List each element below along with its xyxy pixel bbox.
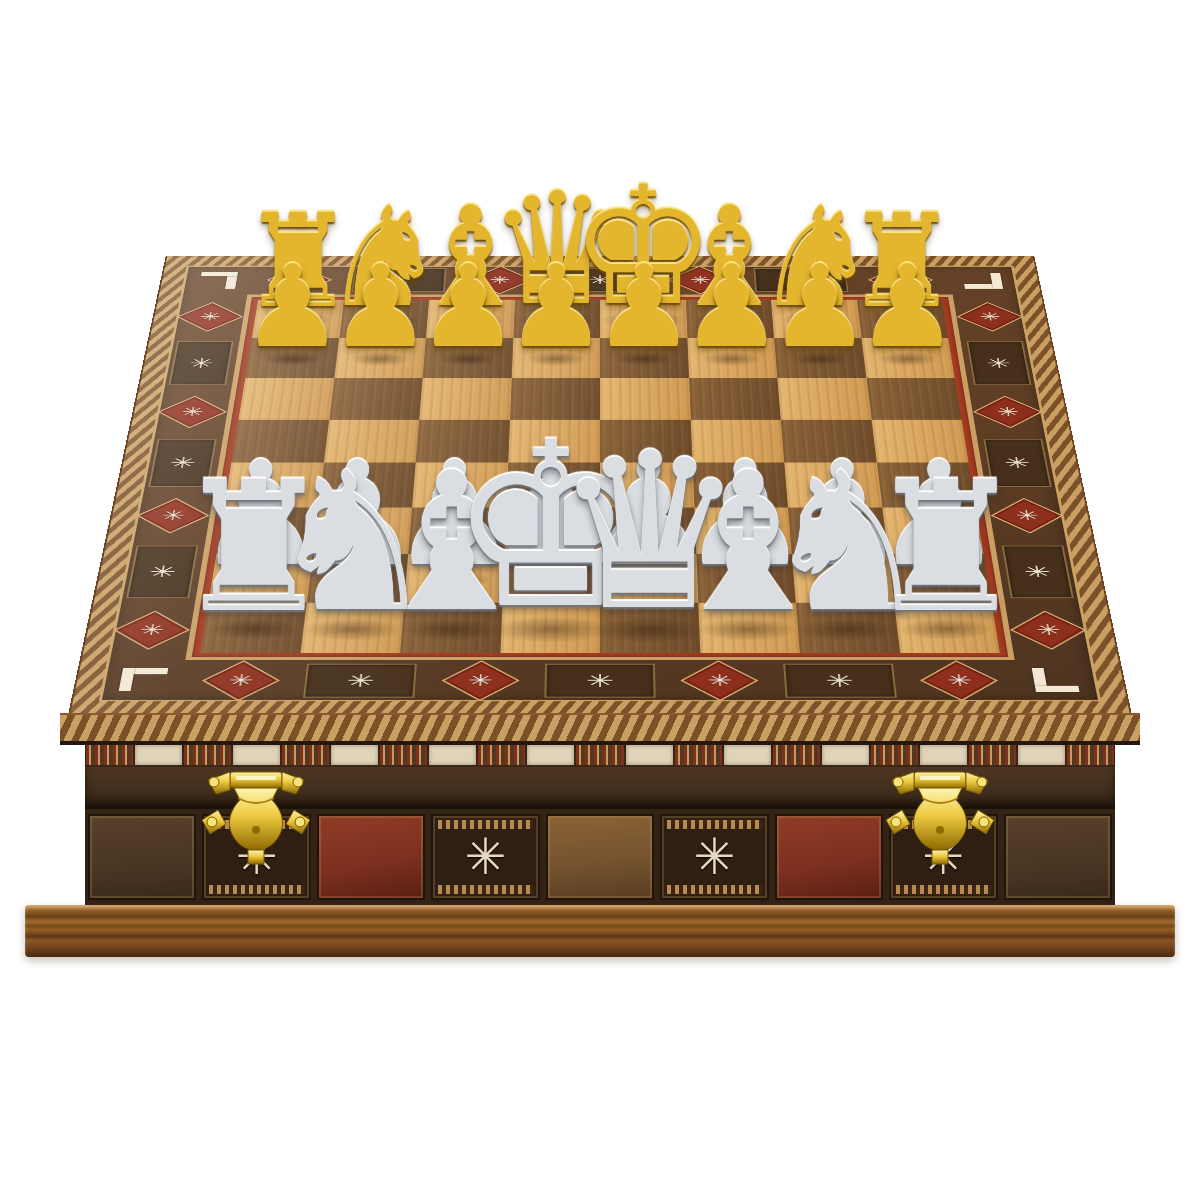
piece-gold-pawn-a7[interactable]: ♟ xyxy=(242,251,344,365)
piece-gold-pawn-g7[interactable]: ♟ xyxy=(769,251,871,365)
piece-gold-pawn-d7[interactable]: ♟ xyxy=(505,251,607,365)
piece-gold-pawn-e7[interactable]: ♟ xyxy=(593,251,695,365)
piece-silver-rook-h1[interactable]: ♜ xyxy=(866,458,1027,638)
piece-gold-pawn-f7[interactable]: ♟ xyxy=(681,251,783,365)
chess-set-scene: ✳✳✳✳✳✳✳ ✳✳✳✳✳✳✳ ✳✳✳✳✳✳✳ ✳✳✳✳✳✳✳ ✳✳✳✳ ♜♞♝… xyxy=(0,0,1200,1200)
piece-gold-pawn-c7[interactable]: ♟ xyxy=(417,251,519,365)
pieces-layer: ♜♞♝♛♚♝♞♜♟♟♟♟♟♟♟♟♟♟♟♟♟♟♟♟♜♞♝♚♛♝♞♜ xyxy=(0,0,1200,1200)
piece-gold-pawn-b7[interactable]: ♟ xyxy=(329,251,431,365)
piece-gold-pawn-h7[interactable]: ♟ xyxy=(857,251,959,365)
